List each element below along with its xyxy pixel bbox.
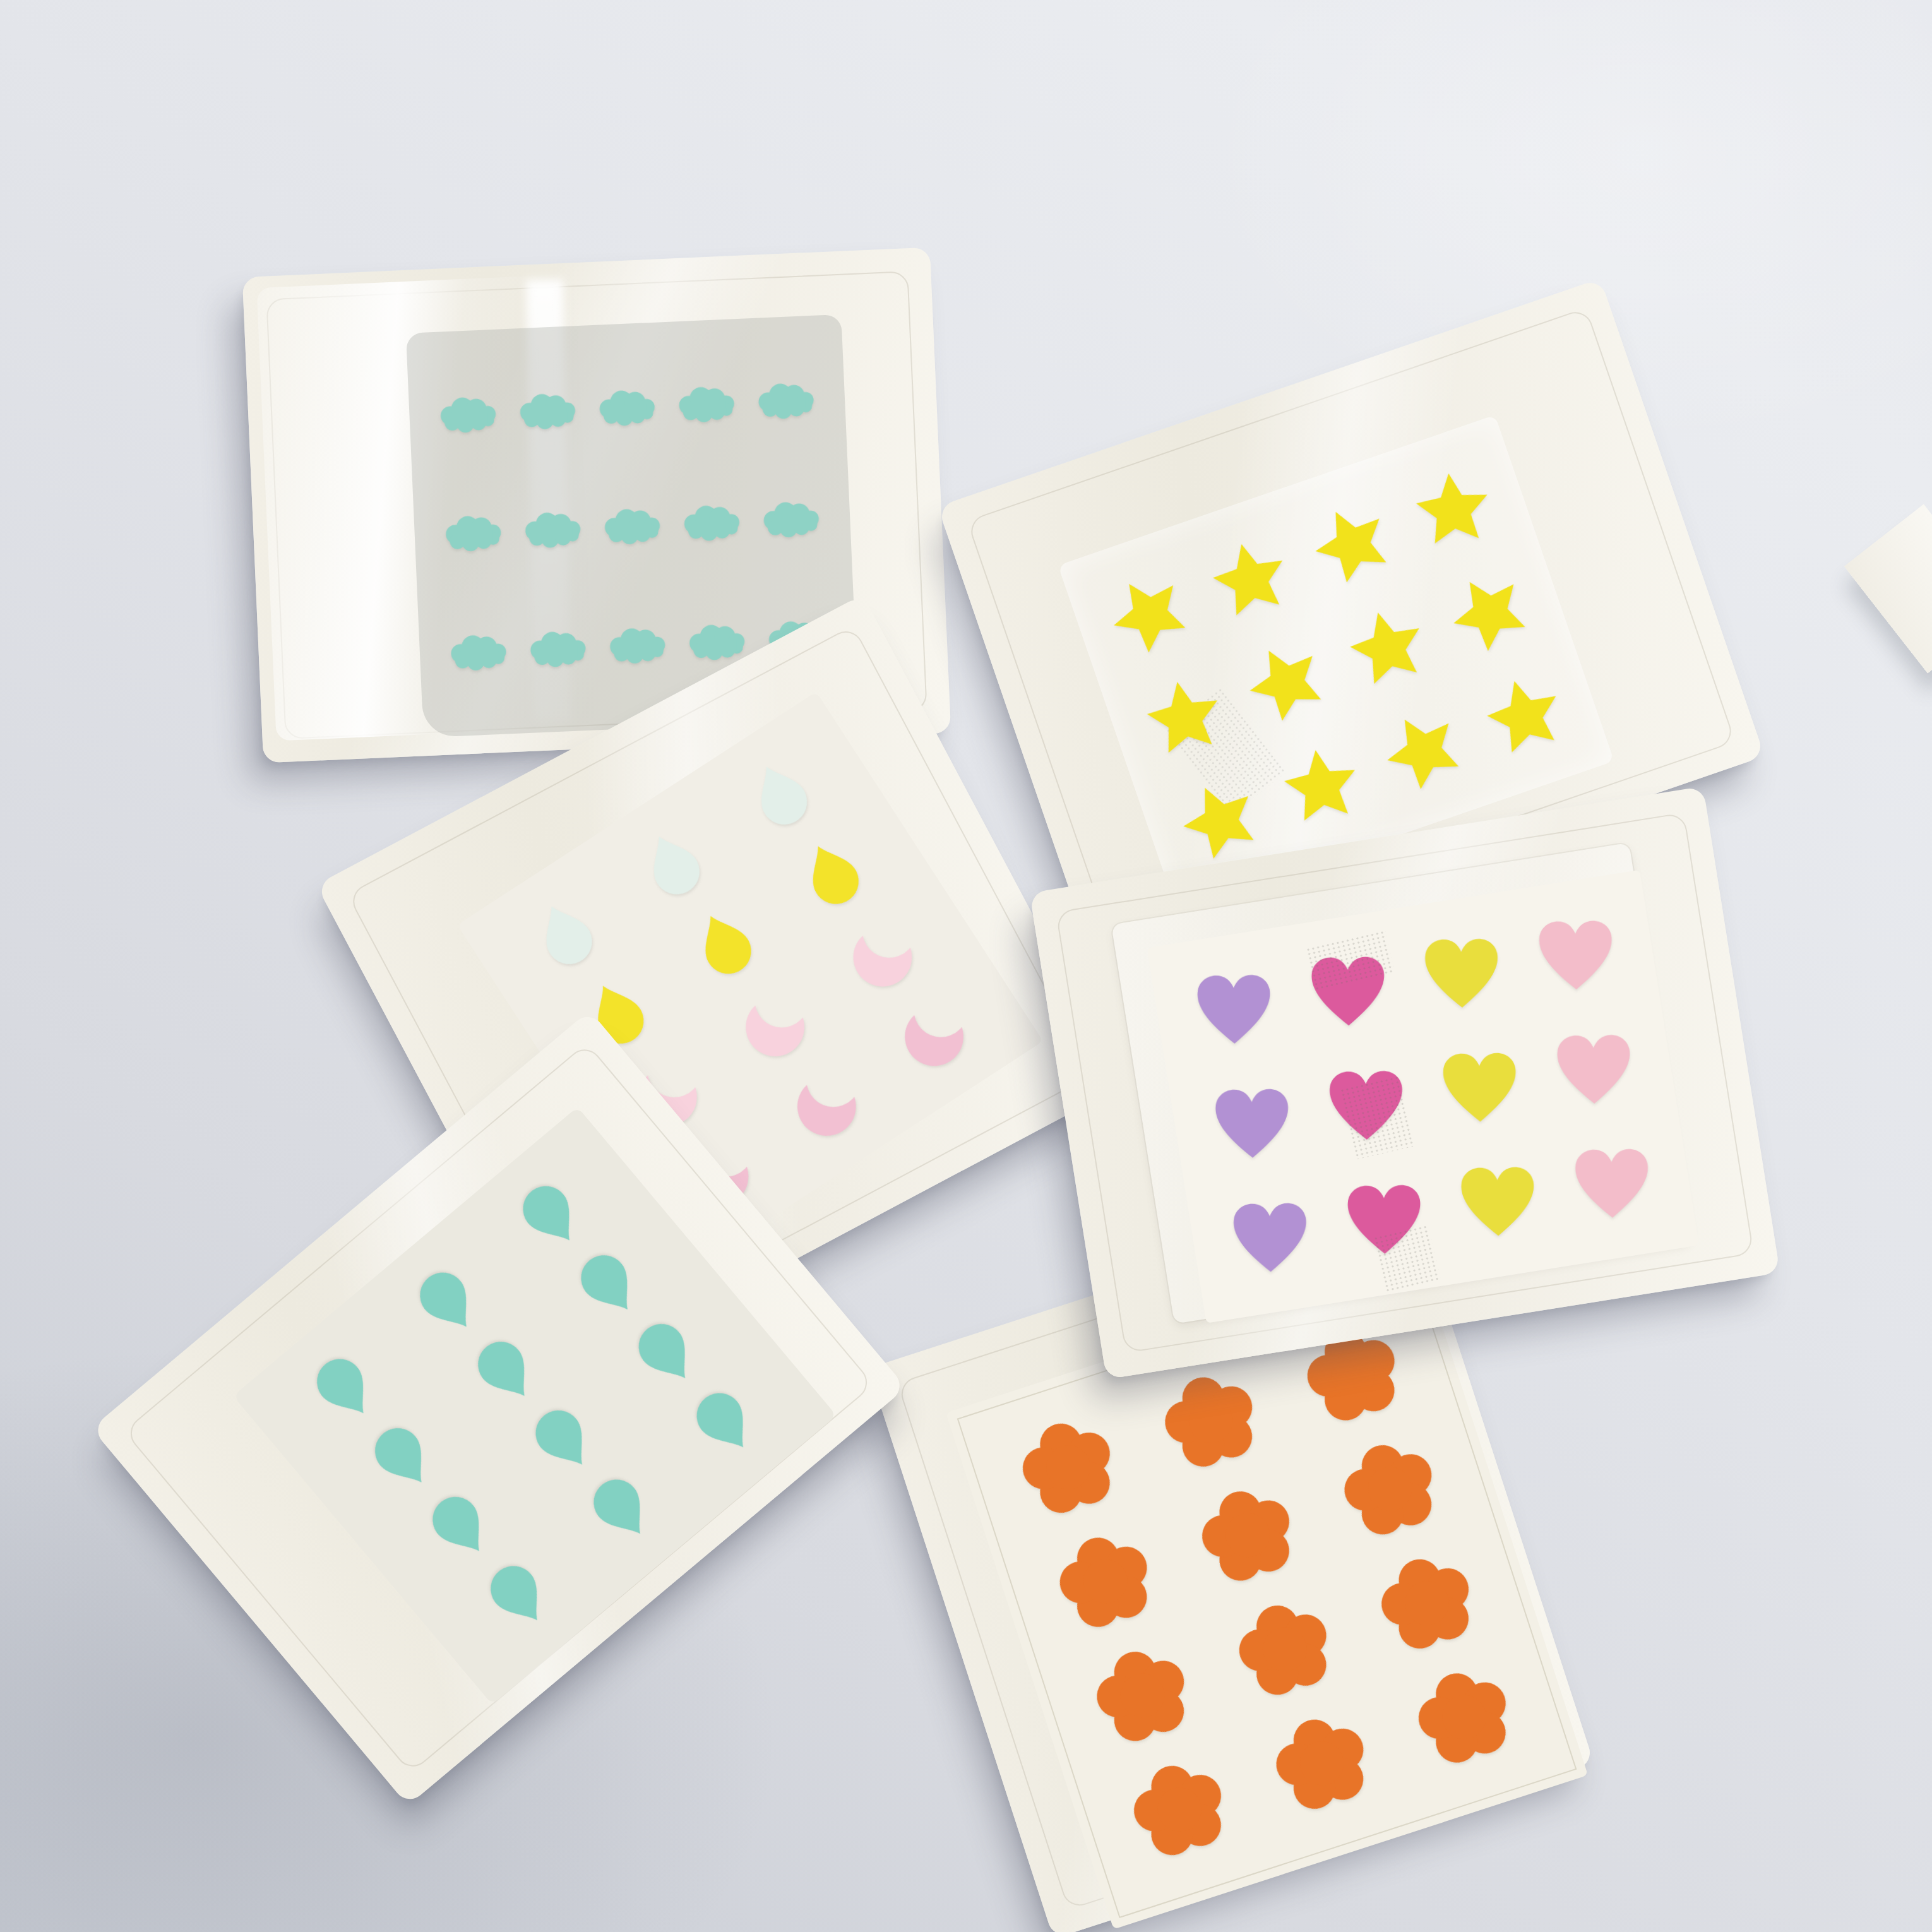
- patch-sticker-cloud: [684, 618, 749, 665]
- patch-sticker-heart: [1311, 1054, 1420, 1157]
- patch-sticker-heart: [1443, 1150, 1552, 1254]
- patch-sticker-drop: [730, 741, 831, 847]
- patch-sticker-crescent: [830, 900, 937, 1006]
- patch-sticker-star: [1301, 492, 1401, 592]
- patch-sticker-cloud: [679, 499, 744, 546]
- patch-sticker-heart: [1198, 1072, 1306, 1176]
- patch-sticker-heart: [1330, 1168, 1438, 1272]
- patch-sticker-cloud: [441, 510, 506, 556]
- patch-sticker-drop: [623, 811, 724, 917]
- patch-sticker-drop: [674, 891, 775, 996]
- patch-sticker-flower: [1186, 1474, 1311, 1600]
- patch-sticker-heart: [1539, 1018, 1648, 1121]
- patch-sticker-cloud: [520, 506, 585, 552]
- patch-sticker-star: [1438, 561, 1538, 661]
- patch-sticker-cloud: [759, 496, 824, 542]
- patch-sticker-crescent: [882, 979, 989, 1086]
- patch-sticker-flower: [1044, 1520, 1169, 1646]
- patch-sticker-heart: [1407, 921, 1516, 1025]
- patch-sticker-star: [1373, 700, 1472, 799]
- patch-sticker-star: [1200, 527, 1300, 627]
- patch-sticker-cloud: [436, 391, 501, 438]
- packet-heart-patches: [1030, 786, 1780, 1379]
- sticker-sheet: [1147, 870, 1699, 1323]
- patch-sticker-star: [1170, 770, 1270, 869]
- patch-sticker-star: [1099, 563, 1198, 662]
- patch-sticker-star: [1403, 458, 1503, 558]
- patch-sticker-drop: [782, 821, 883, 926]
- patch-sticker-crescent: [723, 970, 830, 1076]
- patch-sticker-star: [1337, 596, 1437, 696]
- patch-sticker-star: [1134, 666, 1234, 766]
- patch-sticker-flower: [1364, 1542, 1490, 1667]
- patch-sticker-flower: [1148, 1360, 1274, 1486]
- patch-sticker-heart: [1216, 1186, 1325, 1290]
- patch-sticker-heart: [1558, 1132, 1666, 1236]
- patch-sticker-flower: [1402, 1656, 1527, 1782]
- patch-sticker-star: [1236, 631, 1335, 730]
- patch-sticker-flower: [1080, 1635, 1206, 1760]
- patch-sticker-cloud: [674, 380, 739, 427]
- patch-sticker-heart: [1521, 903, 1630, 1007]
- patch-sticker-cloud: [446, 628, 511, 675]
- patch-sticker-cloud: [525, 625, 590, 672]
- patch-sticker-cloud: [754, 377, 819, 424]
- patch-sticker-star: [1474, 665, 1574, 765]
- patch-sticker-cloud: [595, 384, 660, 431]
- patch-sticker-star: [1271, 734, 1371, 834]
- photo-scene: [0, 0, 1932, 1932]
- patch-sticker-heart: [1294, 939, 1402, 1043]
- patch-sticker-cloud: [605, 621, 670, 668]
- patch-sticker-flower: [1118, 1748, 1243, 1874]
- patch-sticker-heart: [1426, 1035, 1534, 1139]
- patch-sticker-flower: [1222, 1589, 1348, 1714]
- patch-sticker-flower: [1006, 1406, 1132, 1532]
- patch-sticker-crescent: [774, 1049, 881, 1155]
- patch-sticker-cloud: [600, 503, 665, 549]
- patch-sticker-flower: [1260, 1702, 1385, 1828]
- patch-sticker-drop: [515, 881, 616, 987]
- patch-sticker-heart: [1180, 957, 1289, 1061]
- stray-pouch-corner: [1844, 504, 1932, 674]
- patch-sticker-cloud: [515, 387, 580, 434]
- patch-sticker-flower: [1328, 1428, 1453, 1554]
